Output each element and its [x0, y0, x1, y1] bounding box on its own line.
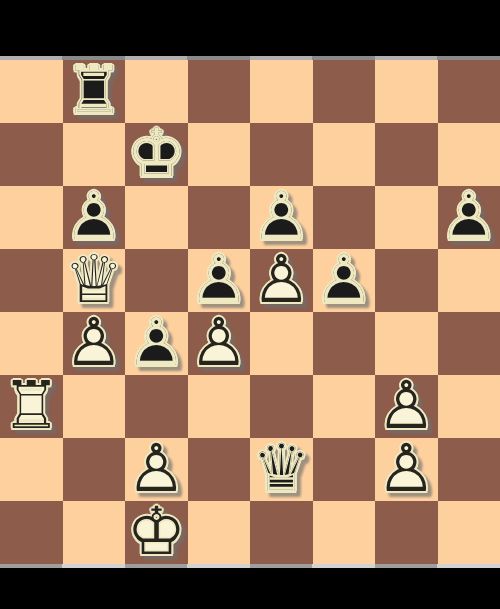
square-h1[interactable]: [438, 501, 500, 564]
piece-white-pawn-g2[interactable]: ♟♙: [375, 437, 438, 500]
square-b3[interactable]: [63, 375, 126, 438]
square-h6[interactable]: ♟♙: [438, 186, 500, 249]
square-a7[interactable]: [0, 123, 63, 186]
black-pawn-outline-glyph: ♙: [188, 248, 251, 311]
square-e6[interactable]: ♟♙: [250, 186, 313, 249]
black-king-outline-glyph: ♔: [125, 122, 188, 185]
white-pawn-outline-glyph: ♙: [250, 248, 313, 311]
black-pawn-outline-glyph: ♙: [250, 185, 313, 248]
square-c2[interactable]: ♟♙: [125, 438, 188, 501]
square-f1[interactable]: [313, 501, 376, 564]
chess-board-frame: ♜♖♚♔♟♙♟♙♟♙♛♕♟♙♟♙♟♙♟♙♟♙♟♙♜♖♟♙♟♙♛♕♟♙♚♔: [0, 56, 500, 568]
square-f5[interactable]: ♟♙: [313, 249, 376, 312]
white-pawn-outline-glyph: ♙: [125, 437, 188, 500]
piece-black-pawn-e6[interactable]: ♟♙: [250, 185, 313, 248]
white-king-outline-glyph: ♔: [125, 500, 188, 563]
square-h7[interactable]: [438, 123, 500, 186]
square-e4[interactable]: [250, 312, 313, 375]
piece-white-pawn-c2[interactable]: ♟♙: [125, 437, 188, 500]
white-pawn-outline-glyph: ♙: [188, 311, 251, 374]
square-h5[interactable]: [438, 249, 500, 312]
square-a3[interactable]: ♜♖: [0, 375, 63, 438]
square-d1[interactable]: [188, 501, 251, 564]
square-g3[interactable]: ♟♙: [375, 375, 438, 438]
square-e1[interactable]: [250, 501, 313, 564]
black-queen-outline-glyph: ♕: [250, 437, 313, 500]
piece-black-pawn-c4[interactable]: ♟♙: [125, 311, 188, 374]
square-d8[interactable]: [188, 60, 251, 123]
square-c3[interactable]: [125, 375, 188, 438]
square-c6[interactable]: [125, 186, 188, 249]
square-a5[interactable]: [0, 249, 63, 312]
square-c7[interactable]: ♚♔: [125, 123, 188, 186]
square-h3[interactable]: [438, 375, 500, 438]
square-c8[interactable]: [125, 60, 188, 123]
black-pawn-outline-glyph: ♙: [438, 185, 500, 248]
white-rook-outline-glyph: ♖: [0, 374, 63, 437]
square-a2[interactable]: [0, 438, 63, 501]
square-e8[interactable]: [250, 60, 313, 123]
page-background: ♜♖♚♔♟♙♟♙♟♙♛♕♟♙♟♙♟♙♟♙♟♙♟♙♜♖♟♙♟♙♛♕♟♙♚♔: [0, 0, 500, 609]
square-h4[interactable]: [438, 312, 500, 375]
square-d3[interactable]: [188, 375, 251, 438]
chess-board: ♜♖♚♔♟♙♟♙♟♙♛♕♟♙♟♙♟♙♟♙♟♙♟♙♜♖♟♙♟♙♛♕♟♙♚♔: [0, 60, 500, 564]
piece-white-pawn-d4[interactable]: ♟♙: [188, 311, 251, 374]
square-h2[interactable]: [438, 438, 500, 501]
square-g4[interactable]: [375, 312, 438, 375]
square-b2[interactable]: [63, 438, 126, 501]
board-bottom-edge: [0, 564, 500, 568]
square-c1[interactable]: ♚♔: [125, 501, 188, 564]
piece-white-queen-b5[interactable]: ♛♕: [63, 248, 126, 311]
square-b6[interactable]: ♟♙: [63, 186, 126, 249]
square-f4[interactable]: [313, 312, 376, 375]
square-h8[interactable]: [438, 60, 500, 123]
square-d4[interactable]: ♟♙: [188, 312, 251, 375]
square-a4[interactable]: [0, 312, 63, 375]
black-pawn-outline-glyph: ♙: [313, 248, 376, 311]
piece-white-pawn-g3[interactable]: ♟♙: [375, 374, 438, 437]
square-a6[interactable]: [0, 186, 63, 249]
black-pawn-outline-glyph: ♙: [63, 185, 126, 248]
square-e7[interactable]: [250, 123, 313, 186]
square-d7[interactable]: [188, 123, 251, 186]
piece-black-pawn-h6[interactable]: ♟♙: [438, 185, 500, 248]
square-b4[interactable]: ♟♙: [63, 312, 126, 375]
piece-black-rook-b8[interactable]: ♜♖: [63, 59, 126, 122]
square-g5[interactable]: [375, 249, 438, 312]
square-a8[interactable]: [0, 60, 63, 123]
piece-black-pawn-f5[interactable]: ♟♙: [313, 248, 376, 311]
square-b7[interactable]: [63, 123, 126, 186]
piece-white-pawn-b4[interactable]: ♟♙: [63, 311, 126, 374]
square-f6[interactable]: [313, 186, 376, 249]
square-b1[interactable]: [63, 501, 126, 564]
piece-black-pawn-b6[interactable]: ♟♙: [63, 185, 126, 248]
white-queen-outline-glyph: ♕: [63, 248, 126, 311]
square-d5[interactable]: ♟♙: [188, 249, 251, 312]
square-b8[interactable]: ♜♖: [63, 60, 126, 123]
square-c5[interactable]: [125, 249, 188, 312]
square-e2[interactable]: ♛♕: [250, 438, 313, 501]
square-b5[interactable]: ♛♕: [63, 249, 126, 312]
piece-white-rook-a3[interactable]: ♜♖: [0, 374, 63, 437]
square-g8[interactable]: [375, 60, 438, 123]
square-e3[interactable]: [250, 375, 313, 438]
square-g6[interactable]: [375, 186, 438, 249]
square-g2[interactable]: ♟♙: [375, 438, 438, 501]
square-f3[interactable]: [313, 375, 376, 438]
square-f7[interactable]: [313, 123, 376, 186]
square-c4[interactable]: ♟♙: [125, 312, 188, 375]
square-g1[interactable]: [375, 501, 438, 564]
square-d2[interactable]: [188, 438, 251, 501]
piece-white-king-c1[interactable]: ♚♔: [125, 500, 188, 563]
square-g7[interactable]: [375, 123, 438, 186]
square-f8[interactable]: [313, 60, 376, 123]
piece-black-queen-e2[interactable]: ♛♕: [250, 437, 313, 500]
square-a1[interactable]: [0, 501, 63, 564]
square-d6[interactable]: [188, 186, 251, 249]
piece-black-pawn-d5[interactable]: ♟♙: [188, 248, 251, 311]
square-f2[interactable]: [313, 438, 376, 501]
square-e5[interactable]: ♟♙: [250, 249, 313, 312]
white-pawn-outline-glyph: ♙: [63, 311, 126, 374]
piece-black-king-c7[interactable]: ♚♔: [125, 122, 188, 185]
piece-white-pawn-e5[interactable]: ♟♙: [250, 248, 313, 311]
black-rook-outline-glyph: ♖: [63, 59, 126, 122]
white-pawn-outline-glyph: ♙: [375, 437, 438, 500]
black-pawn-outline-glyph: ♙: [125, 311, 188, 374]
white-pawn-outline-glyph: ♙: [375, 374, 438, 437]
